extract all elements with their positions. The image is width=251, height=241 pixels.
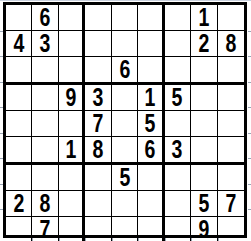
cell-r9c4[interactable] <box>85 217 111 241</box>
gridline-tick <box>248 209 251 210</box>
gridline-tick <box>0 56 3 57</box>
given-digit: 1 <box>198 5 209 30</box>
gridline-tick <box>0 107 3 108</box>
cell-r3c5[interactable]: 6 <box>112 57 138 85</box>
given-digit: 5 <box>119 165 130 190</box>
cell-r4c5[interactable] <box>112 85 138 111</box>
cell-r2c5[interactable] <box>112 31 138 57</box>
cell-r6c8[interactable] <box>191 137 217 165</box>
cell-r5c3[interactable] <box>59 111 85 137</box>
cell-r1c9[interactable] <box>218 5 244 31</box>
cell-r9c9[interactable] <box>218 217 244 241</box>
cell-r4c1[interactable] <box>6 85 32 111</box>
cell-r5c4[interactable]: 7 <box>85 111 111 137</box>
cell-r6c1[interactable] <box>6 137 32 165</box>
cell-r5c9[interactable] <box>218 111 244 137</box>
given-digit: 7 <box>225 191 236 216</box>
given-digit: 2 <box>13 191 24 216</box>
cell-r5c2[interactable] <box>32 111 58 137</box>
cell-r9c7[interactable] <box>165 217 191 241</box>
given-digit: 8 <box>93 137 104 162</box>
cell-r5c7[interactable] <box>165 111 191 137</box>
cell-r8c3[interactable] <box>59 191 85 217</box>
cell-r6c2[interactable] <box>32 137 58 165</box>
given-digit: 7 <box>93 111 104 136</box>
cell-r5c1[interactable] <box>6 111 32 137</box>
cell-r7c9[interactable] <box>218 165 244 191</box>
cell-r8c1[interactable]: 2 <box>6 191 32 217</box>
cell-r7c1[interactable] <box>6 165 32 191</box>
given-digit: 3 <box>172 137 183 162</box>
cell-r9c1[interactable] <box>6 217 32 241</box>
cell-r9c6[interactable] <box>138 217 164 241</box>
cell-r6c9[interactable] <box>218 137 244 165</box>
gridline-tick <box>0 133 3 134</box>
cell-r6c6[interactable]: 6 <box>138 137 164 165</box>
sudoku-screenshot: 614328693157518635285779 <box>0 0 251 241</box>
gridline-tick <box>0 184 3 185</box>
cell-r7c2[interactable] <box>32 165 58 191</box>
cell-r1c3[interactable] <box>59 5 85 31</box>
cell-r7c3[interactable] <box>59 165 85 191</box>
given-digit: 9 <box>198 217 209 241</box>
cell-r1c5[interactable] <box>112 5 138 31</box>
gridline-tick <box>0 31 3 32</box>
cell-r5c8[interactable] <box>191 111 217 137</box>
gridline-tick <box>0 209 3 210</box>
cell-r6c5[interactable] <box>112 137 138 165</box>
given-digit: 1 <box>65 137 76 162</box>
cell-r3c9[interactable] <box>218 57 244 85</box>
cell-r4c7[interactable]: 5 <box>165 85 191 111</box>
given-digit: 6 <box>119 57 130 82</box>
cell-r5c6[interactable]: 5 <box>138 111 164 137</box>
cell-r7c4[interactable] <box>85 165 111 191</box>
cell-r2c6[interactable] <box>138 31 164 57</box>
cell-r1c1[interactable] <box>6 5 32 31</box>
given-digit: 7 <box>40 217 51 241</box>
cell-r4c9[interactable] <box>218 85 244 111</box>
cell-r3c3[interactable] <box>59 57 85 85</box>
gridline-tick <box>248 31 251 32</box>
cell-r1c6[interactable] <box>138 5 164 31</box>
cell-r7c8[interactable] <box>191 165 217 191</box>
cell-r8c9[interactable]: 7 <box>218 191 244 217</box>
cell-r4c8[interactable] <box>191 85 217 111</box>
given-digit: 9 <box>65 85 76 110</box>
gridline-tick <box>248 56 251 57</box>
given-digit: 3 <box>93 85 104 110</box>
gridline-tick <box>248 107 251 108</box>
gridline-tick <box>248 133 251 134</box>
cell-r3c1[interactable] <box>6 57 32 85</box>
given-digit: 4 <box>13 31 24 56</box>
cell-r9c2[interactable]: 7 <box>32 217 58 241</box>
gridline-tick <box>0 82 3 83</box>
given-digit: 2 <box>198 31 209 56</box>
cell-r8c8[interactable]: 5 <box>191 191 217 217</box>
gridline-tick <box>248 184 251 185</box>
given-digit: 5 <box>198 191 209 216</box>
cell-r4c6[interactable]: 1 <box>138 85 164 111</box>
cell-r1c8[interactable]: 1 <box>191 5 217 31</box>
given-digit: 5 <box>145 111 156 136</box>
sudoku-board: 614328693157518635285779 <box>3 2 247 238</box>
cell-r2c4[interactable] <box>85 31 111 57</box>
cell-r1c7[interactable] <box>165 5 191 31</box>
cell-r8c2[interactable]: 8 <box>32 191 58 217</box>
cell-r7c6[interactable] <box>138 165 164 191</box>
cell-r2c2[interactable]: 3 <box>32 31 58 57</box>
cell-r8c5[interactable] <box>112 191 138 217</box>
gridline-tick <box>248 82 251 83</box>
given-digit: 8 <box>225 31 236 56</box>
given-digit: 6 <box>40 5 51 30</box>
cell-r3c8[interactable] <box>191 57 217 85</box>
cell-r1c4[interactable] <box>85 5 111 31</box>
cell-r8c4[interactable] <box>85 191 111 217</box>
cell-r8c6[interactable] <box>138 191 164 217</box>
cell-r4c2[interactable] <box>32 85 58 111</box>
cell-r3c2[interactable] <box>32 57 58 85</box>
cell-r8c7[interactable] <box>165 191 191 217</box>
cell-r6c7[interactable]: 3 <box>165 137 191 165</box>
cell-r9c3[interactable] <box>59 217 85 241</box>
given-digit: 8 <box>40 191 51 216</box>
cell-r4c3[interactable]: 9 <box>59 85 85 111</box>
cell-r9c8[interactable]: 9 <box>191 217 217 241</box>
gridline-tick <box>248 158 251 159</box>
cell-r2c7[interactable] <box>165 31 191 57</box>
cell-r5c5[interactable] <box>112 111 138 137</box>
cell-r9c5[interactable] <box>112 217 138 241</box>
spreadsheet-gridline-top <box>0 0 251 1</box>
cell-r2c9[interactable]: 8 <box>218 31 244 57</box>
cell-r3c4[interactable] <box>85 57 111 85</box>
cell-r7c7[interactable] <box>165 165 191 191</box>
given-digit: 5 <box>172 85 183 110</box>
cell-r2c3[interactable] <box>59 31 85 57</box>
cell-r3c7[interactable] <box>165 57 191 85</box>
cell-r2c1[interactable]: 4 <box>6 31 32 57</box>
cell-r6c4[interactable]: 8 <box>85 137 111 165</box>
cell-r7c5[interactable]: 5 <box>112 165 138 191</box>
gridline-tick <box>0 158 3 159</box>
cell-r3c6[interactable] <box>138 57 164 85</box>
cell-r2c8[interactable]: 2 <box>191 31 217 57</box>
cell-r6c3[interactable]: 1 <box>59 137 85 165</box>
given-digit: 6 <box>145 137 156 162</box>
given-digit: 3 <box>40 31 51 56</box>
given-digit: 1 <box>145 85 156 110</box>
cell-r1c2[interactable]: 6 <box>32 5 58 31</box>
cell-r4c4[interactable]: 3 <box>85 85 111 111</box>
